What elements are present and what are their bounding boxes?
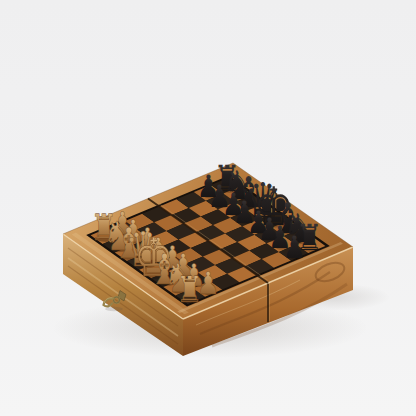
clasp-shadow [105,307,123,311]
chess-set-scene: ♜♟♞♟♝♟♛♟♚♟♟♝♜♟♟♞♞♟♟♜♝♟♟♛♟♚♟♝♟♞♟♜ [0,0,416,416]
piece-white-rook-h1: ♜ [176,268,203,310]
piece-black-pawn-h7: ♟ [283,229,306,266]
product-photo: ♜♟♞♟♝♟♛♟♚♟♟♝♜♟♟♞♞♟♟♜♝♟♟♛♟♚♟♝♟♞♟♜ [0,0,416,416]
